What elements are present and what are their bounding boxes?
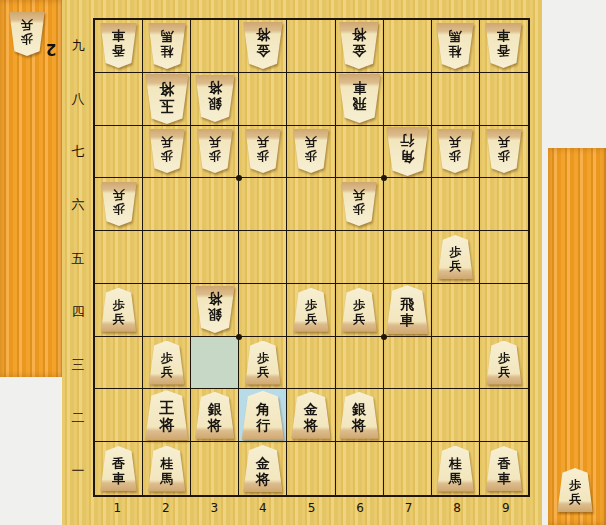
file-label-7: 7 — [385, 501, 433, 515]
piece-kanji: 飛 — [400, 296, 414, 312]
piece-knight[interactable]: 桂馬 — [436, 23, 474, 69]
piece-kanji: 歩 — [498, 149, 510, 163]
piece-rook[interactable]: 飛車 — [338, 74, 381, 123]
piece-pawn[interactable]: 歩兵 — [557, 468, 593, 512]
piece-kanji: 行 — [256, 417, 270, 433]
square-6六[interactable]: 歩兵 — [336, 178, 384, 231]
square-2六[interactable] — [143, 178, 191, 231]
square-2八[interactable]: 玉将 — [143, 73, 191, 126]
rank-label-五: 五 — [63, 250, 93, 268]
piece-kanji: 歩 — [113, 298, 125, 312]
square-9一[interactable]: 香車 — [480, 442, 528, 495]
square-3六[interactable] — [191, 178, 239, 231]
piece-kanji: 兵 — [21, 18, 33, 32]
square-4八[interactable] — [239, 73, 287, 126]
piece-rook[interactable]: 飛車 — [386, 285, 429, 334]
square-1五[interactable] — [95, 231, 143, 284]
square-7三[interactable] — [384, 337, 432, 390]
square-2九[interactable]: 桂馬 — [143, 20, 191, 73]
square-4一[interactable]: 金将 — [239, 442, 287, 495]
piece-kanji: 玉 — [159, 97, 174, 114]
piece-kanji: 兵 — [449, 135, 461, 149]
square-3二[interactable]: 銀将 — [191, 389, 239, 442]
piece-kanji: 飛 — [352, 97, 366, 113]
star-point — [381, 334, 387, 340]
piece-kanji: 将 — [352, 28, 366, 44]
piece-silver[interactable]: 銀将 — [195, 286, 235, 333]
rank-label-四: 四 — [63, 303, 93, 321]
piece-kanji: 車 — [497, 471, 510, 486]
piece-kanji: 歩 — [161, 149, 173, 163]
square-7二[interactable] — [384, 389, 432, 442]
square-7六[interactable] — [384, 178, 432, 231]
piece-gold[interactable]: 金将 — [243, 445, 283, 492]
top-hand-pawn-count: 2 — [46, 40, 56, 58]
piece-pawn[interactable]: 歩兵 — [149, 341, 185, 385]
piece-pawn[interactable]: 歩兵 — [9, 12, 45, 56]
square-3四[interactable]: 銀将 — [191, 284, 239, 337]
piece-kanji: 銀 — [352, 401, 366, 417]
square-9九[interactable]: 香車 — [480, 20, 528, 73]
piece-kanji: 兵 — [353, 312, 365, 326]
piece-kanji: 車 — [112, 29, 125, 44]
piece-kanji: 馬 — [160, 471, 173, 486]
piece-kanji: 将 — [208, 81, 222, 97]
square-1九[interactable]: 香車 — [95, 20, 143, 73]
square-8三[interactable] — [432, 337, 480, 390]
piece-knight[interactable]: 桂馬 — [436, 446, 474, 492]
piece-knight[interactable]: 桂馬 — [148, 23, 186, 69]
piece-kanji: 桂 — [160, 44, 173, 59]
piece-pawn[interactable]: 歩兵 — [486, 341, 522, 385]
piece-kanji: 王 — [159, 400, 174, 417]
piece-kanji: 馬 — [160, 29, 173, 44]
square-2七[interactable]: 歩兵 — [143, 126, 191, 179]
piece-kanji: 兵 — [498, 365, 510, 379]
square-7八[interactable] — [384, 73, 432, 126]
square-4七[interactable]: 歩兵 — [239, 126, 287, 179]
piece-kanji: 兵 — [449, 259, 461, 273]
square-5九[interactable] — [287, 20, 335, 73]
piece-kanji: 角 — [256, 401, 270, 417]
square-9八[interactable] — [480, 73, 528, 126]
piece-kanji: 歩 — [257, 149, 269, 163]
piece-kanji: 桂 — [160, 456, 173, 471]
file-label-8: 8 — [433, 501, 481, 515]
square-4五[interactable] — [239, 231, 287, 284]
piece-kanji: 香 — [497, 44, 510, 59]
piece-king-jeweled[interactable]: 玉将 — [145, 74, 189, 124]
square-7一[interactable] — [384, 442, 432, 495]
piece-kanji: 桂 — [449, 456, 462, 471]
rank-label-八: 八 — [63, 90, 93, 108]
square-3一[interactable] — [191, 442, 239, 495]
piece-kanji: 歩 — [449, 245, 461, 259]
star-point — [236, 175, 242, 181]
piece-kanji: 馬 — [449, 29, 462, 44]
file-label-9: 9 — [482, 501, 530, 515]
square-5八[interactable] — [287, 73, 335, 126]
square-6八[interactable]: 飛車 — [336, 73, 384, 126]
piece-kanji: 角 — [400, 149, 414, 165]
piece-kanji: 歩 — [209, 149, 221, 163]
piece-pawn[interactable]: 歩兵 — [101, 288, 137, 332]
square-2二[interactable]: 王将 — [143, 389, 191, 442]
square-8七[interactable]: 歩兵 — [432, 126, 480, 179]
square-8一[interactable]: 桂馬 — [432, 442, 480, 495]
piece-pawn[interactable]: 歩兵 — [101, 182, 137, 226]
piece-pawn[interactable]: 歩兵 — [293, 288, 329, 332]
square-3七[interactable]: 歩兵 — [191, 126, 239, 179]
piece-pawn[interactable]: 歩兵 — [149, 129, 185, 173]
square-8五[interactable]: 歩兵 — [432, 231, 480, 284]
square-6二[interactable]: 銀将 — [336, 389, 384, 442]
piece-pawn[interactable]: 歩兵 — [293, 129, 329, 173]
piece-kanji: 兵 — [257, 135, 269, 149]
shogi-board: 香車桂馬金将金将桂馬香車玉将銀将飛車歩兵歩兵歩兵歩兵角行歩兵歩兵歩兵歩兵歩兵歩兵… — [93, 18, 530, 497]
star-point — [236, 334, 242, 340]
rank-label-六: 六 — [63, 196, 93, 214]
piece-kanji: 香 — [497, 456, 510, 471]
square-2一[interactable]: 桂馬 — [143, 442, 191, 495]
square-9六[interactable] — [480, 178, 528, 231]
square-1一[interactable]: 香車 — [95, 442, 143, 495]
piece-kanji: 車 — [112, 471, 125, 486]
piece-gold[interactable]: 金将 — [243, 22, 283, 69]
piece-kanji: 将 — [256, 28, 270, 44]
piece-kanji: 香 — [112, 44, 125, 59]
piece-kanji: 歩 — [305, 298, 317, 312]
piece-gold[interactable]: 金将 — [291, 392, 331, 439]
piece-kanji: 兵 — [498, 135, 510, 149]
piece-kanji: 将 — [159, 417, 174, 434]
square-5七[interactable]: 歩兵 — [287, 126, 335, 179]
square-5一[interactable] — [287, 442, 335, 495]
piece-kanji: 兵 — [257, 365, 269, 379]
square-1八[interactable] — [95, 73, 143, 126]
square-8四[interactable] — [432, 284, 480, 337]
piece-kanji: 兵 — [161, 135, 173, 149]
square-6四[interactable]: 歩兵 — [336, 284, 384, 337]
square-3三[interactable] — [191, 337, 239, 390]
piece-pawn[interactable]: 歩兵 — [245, 129, 281, 173]
piece-kanji: 歩 — [161, 351, 173, 365]
piece-lance[interactable]: 香車 — [485, 446, 522, 491]
piece-kanji: 銀 — [208, 401, 222, 417]
square-9七[interactable]: 歩兵 — [480, 126, 528, 179]
piece-kanji: 兵 — [305, 135, 317, 149]
piece-kanji: 兵 — [353, 188, 365, 202]
piece-kanji: 歩 — [569, 478, 581, 492]
piece-pawn[interactable]: 歩兵 — [245, 341, 281, 385]
piece-kanji: 行 — [400, 133, 414, 149]
piece-pawn[interactable]: 歩兵 — [197, 129, 233, 173]
piece-silver[interactable]: 銀将 — [339, 392, 379, 439]
square-4三[interactable]: 歩兵 — [239, 337, 287, 390]
piece-kanji: 車 — [400, 312, 414, 328]
piece-kanji: 歩 — [21, 32, 33, 46]
square-2五[interactable] — [143, 231, 191, 284]
square-3五[interactable] — [191, 231, 239, 284]
square-9五[interactable] — [480, 231, 528, 284]
piece-bishop[interactable]: 角行 — [386, 127, 429, 176]
piece-kanji: 金 — [352, 44, 366, 60]
square-7九[interactable] — [384, 20, 432, 73]
square-9四[interactable] — [480, 284, 528, 337]
square-6一[interactable] — [336, 442, 384, 495]
piece-pawn[interactable]: 歩兵 — [341, 288, 377, 332]
square-8二[interactable] — [432, 389, 480, 442]
piece-kanji: 歩 — [353, 202, 365, 216]
file-label-6: 6 — [336, 501, 384, 515]
piece-kanji: 銀 — [208, 97, 222, 113]
piece-kanji: 歩 — [257, 351, 269, 365]
piece-kanji: 車 — [497, 29, 510, 44]
file-label-4: 4 — [239, 501, 287, 515]
file-label-1: 1 — [93, 501, 141, 515]
piece-kanji: 兵 — [113, 312, 125, 326]
square-2三[interactable]: 歩兵 — [143, 337, 191, 390]
square-5六[interactable] — [287, 178, 335, 231]
square-1二[interactable] — [95, 389, 143, 442]
square-9二[interactable] — [480, 389, 528, 442]
piece-kanji: 金 — [256, 455, 270, 471]
piece-kanji: 歩 — [449, 149, 461, 163]
square-6九[interactable]: 金将 — [336, 20, 384, 73]
square-4九[interactable]: 金将 — [239, 20, 287, 73]
square-5二[interactable]: 金将 — [287, 389, 335, 442]
piece-kanji: 兵 — [161, 365, 173, 379]
square-7五[interactable] — [384, 231, 432, 284]
square-6三[interactable] — [336, 337, 384, 390]
piece-kanji: 兵 — [209, 135, 221, 149]
square-3八[interactable]: 銀将 — [191, 73, 239, 126]
piece-kanji: 将 — [352, 417, 366, 433]
piece-kanji: 兵 — [569, 492, 581, 506]
square-2四[interactable] — [143, 284, 191, 337]
square-5四[interactable]: 歩兵 — [287, 284, 335, 337]
piece-kanji: 香 — [112, 456, 125, 471]
piece-kanji: 銀 — [208, 308, 222, 324]
piece-bishop[interactable]: 角行 — [241, 391, 284, 440]
square-1三[interactable] — [95, 337, 143, 390]
star-point — [381, 175, 387, 181]
piece-kanji: 将 — [304, 417, 318, 433]
piece-kanji: 金 — [304, 401, 318, 417]
shogi-app: 香車桂馬金将金将桂馬香車玉将銀将飛車歩兵歩兵歩兵歩兵角行歩兵歩兵歩兵歩兵歩兵歩兵… — [0, 0, 606, 525]
square-1六[interactable]: 歩兵 — [95, 178, 143, 231]
file-label-3: 3 — [190, 501, 238, 515]
square-8六[interactable] — [432, 178, 480, 231]
piece-kanji: 金 — [256, 44, 270, 60]
rank-label-二: 二 — [63, 409, 93, 427]
piece-silver[interactable]: 銀将 — [195, 392, 235, 439]
square-5三[interactable] — [287, 337, 335, 390]
rank-label-九: 九 — [63, 37, 93, 55]
piece-pawn[interactable]: 歩兵 — [341, 182, 377, 226]
piece-kanji: 将 — [208, 292, 222, 308]
rank-label-一: 一 — [63, 462, 93, 480]
square-4二[interactable]: 角行 — [239, 389, 287, 442]
piece-pawn[interactable]: 歩兵 — [437, 235, 473, 279]
piece-kanji: 兵 — [113, 188, 125, 202]
rank-label-七: 七 — [63, 143, 93, 161]
piece-kanji: 将 — [159, 80, 174, 97]
square-3九[interactable] — [191, 20, 239, 73]
square-6七[interactable] — [336, 126, 384, 179]
piece-kanji: 歩 — [113, 202, 125, 216]
piece-lance[interactable]: 香車 — [100, 446, 137, 491]
piece-kanji: 歩 — [353, 298, 365, 312]
square-8八[interactable] — [432, 73, 480, 126]
square-4六[interactable] — [239, 178, 287, 231]
piece-kanji: 馬 — [449, 471, 462, 486]
file-label-5: 5 — [288, 501, 336, 515]
piece-lance[interactable]: 香車 — [100, 23, 137, 68]
piece-gold[interactable]: 金将 — [339, 22, 379, 69]
piece-kanji: 歩 — [498, 351, 510, 365]
square-9三[interactable]: 歩兵 — [480, 337, 528, 390]
piece-kanji: 兵 — [305, 312, 317, 326]
piece-lance[interactable]: 香車 — [485, 23, 522, 68]
square-1七[interactable] — [95, 126, 143, 179]
piece-kanji: 歩 — [305, 149, 317, 163]
square-4四[interactable] — [239, 284, 287, 337]
piece-pawn[interactable]: 歩兵 — [486, 129, 522, 173]
piece-knight[interactable]: 桂馬 — [148, 446, 186, 492]
square-6五[interactable] — [336, 231, 384, 284]
square-8九[interactable]: 桂馬 — [432, 20, 480, 73]
piece-silver[interactable]: 銀将 — [195, 75, 235, 122]
piece-kanji: 将 — [208, 417, 222, 433]
piece-kanji: 車 — [352, 81, 366, 97]
piece-pawn[interactable]: 歩兵 — [437, 129, 473, 173]
square-5五[interactable] — [287, 231, 335, 284]
piece-kanji: 桂 — [449, 44, 462, 59]
piece-kanji: 将 — [256, 471, 270, 487]
rank-label-三: 三 — [63, 356, 93, 374]
square-1四[interactable]: 歩兵 — [95, 284, 143, 337]
square-7七[interactable]: 角行 — [384, 126, 432, 179]
piece-king[interactable]: 王将 — [145, 390, 189, 440]
file-label-2: 2 — [142, 501, 190, 515]
square-7四[interactable]: 飛車 — [384, 284, 432, 337]
